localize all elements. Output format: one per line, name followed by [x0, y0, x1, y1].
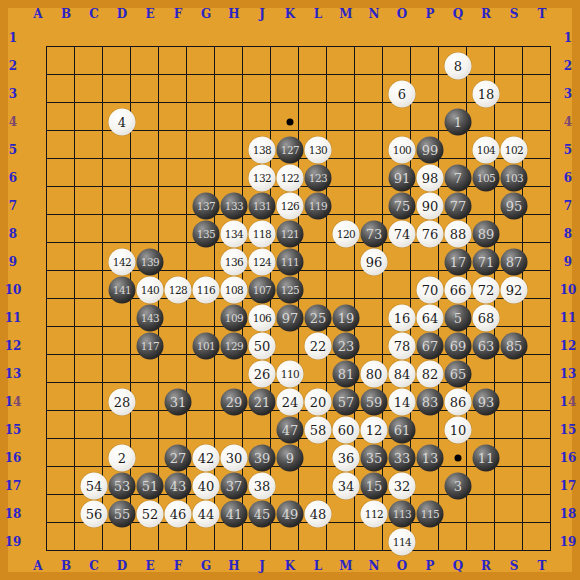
- stone-white-82[interactable]: 82: [417, 361, 444, 388]
- stone-black-61[interactable]: 61: [389, 417, 416, 444]
- row-label-right-5: 5: [564, 143, 572, 157]
- stone-black-55[interactable]: 55: [109, 501, 136, 528]
- col-label-top-P: P: [425, 7, 434, 21]
- stone-black-39[interactable]: 39: [249, 445, 276, 472]
- col-label-top-F: F: [174, 7, 183, 21]
- stone-black-89[interactable]: 89: [473, 221, 500, 248]
- row-label-right-17: 17: [560, 479, 577, 493]
- col-label-bottom-N: N: [369, 559, 380, 573]
- stone-black-63[interactable]: 63: [473, 333, 500, 360]
- stone-black-47[interactable]: 47: [277, 417, 304, 444]
- stone-white-114[interactable]: 114: [389, 529, 416, 556]
- row-label-right-19: 19: [560, 535, 577, 549]
- stone-black-103[interactable]: 103: [501, 165, 528, 192]
- row-label-right-10: 10: [560, 283, 577, 297]
- stone-white-24[interactable]: 24: [277, 389, 304, 416]
- stone-white-22[interactable]: 22: [305, 333, 332, 360]
- col-label-top-S: S: [510, 7, 519, 21]
- stone-black-119[interactable]: 119: [305, 193, 332, 220]
- stone-black-83[interactable]: 83: [417, 389, 444, 416]
- stone-white-132[interactable]: 132: [249, 165, 276, 192]
- stone-white-138[interactable]: 138: [249, 137, 276, 164]
- stone-black-109[interactable]: 109: [221, 305, 248, 332]
- row-label-left-6: 6: [9, 171, 17, 185]
- stone-black-91[interactable]: 91: [389, 165, 416, 192]
- stone-white-58[interactable]: 58: [305, 417, 332, 444]
- row-label-left-19: 19: [5, 535, 22, 549]
- stone-black-51[interactable]: 51: [137, 473, 164, 500]
- stone-white-98[interactable]: 98: [417, 165, 444, 192]
- stone-black-69[interactable]: 69: [445, 333, 472, 360]
- row-label-left-5: 5: [9, 143, 17, 157]
- stone-white-52[interactable]: 52: [137, 501, 164, 528]
- stone-white-64[interactable]: 64: [417, 305, 444, 332]
- col-label-top-M: M: [339, 7, 352, 21]
- col-label-bottom-T: T: [538, 559, 547, 573]
- stone-white-8[interactable]: 8: [445, 53, 472, 80]
- row-label-left-1: 1: [9, 31, 17, 45]
- col-label-top-J: J: [259, 7, 265, 21]
- stone-black-21[interactable]: 21: [249, 389, 276, 416]
- stone-black-67[interactable]: 67: [417, 333, 444, 360]
- stone-black-23[interactable]: 23: [333, 333, 360, 360]
- stone-black-129[interactable]: 129: [221, 333, 248, 360]
- row-label-left-3: 3: [9, 87, 17, 101]
- row-label-left-2: 2: [9, 59, 17, 73]
- stone-black-123[interactable]: 123: [305, 165, 332, 192]
- stone-black-53[interactable]: 53: [109, 473, 136, 500]
- stone-black-111[interactable]: 111: [277, 249, 304, 276]
- col-label-bottom-Q: Q: [453, 559, 463, 573]
- go-kifu-diagram: AABBCCDDEEFFGGHHJJKKLLMMNNOOPPQQRRSSTT11…: [0, 0, 580, 580]
- stone-white-108[interactable]: 108: [221, 277, 248, 304]
- col-label-bottom-S: S: [510, 559, 519, 573]
- stone-white-4[interactable]: 4: [109, 109, 136, 136]
- stone-black-9[interactable]: 9: [277, 445, 304, 472]
- stone-white-18[interactable]: 18: [473, 81, 500, 108]
- row-label-left-18: 18: [5, 507, 22, 521]
- row-label-right-18: 18: [560, 507, 577, 521]
- row-label-left-15: 15: [5, 423, 22, 437]
- row-label-right-12: 12: [560, 339, 577, 353]
- stone-black-75[interactable]: 75: [389, 193, 416, 220]
- stone-white-34[interactable]: 34: [333, 473, 360, 500]
- stone-black-133[interactable]: 133: [221, 193, 248, 220]
- stone-black-25[interactable]: 25: [305, 305, 332, 332]
- stone-black-65[interactable]: 65: [445, 361, 472, 388]
- stone-white-112[interactable]: 112: [361, 501, 388, 528]
- col-label-top-K: K: [285, 7, 295, 21]
- stone-black-19[interactable]: 19: [333, 305, 360, 332]
- stone-white-40[interactable]: 40: [193, 473, 220, 500]
- stone-black-143[interactable]: 143: [137, 305, 164, 332]
- row-label-right-8: 8: [564, 227, 572, 241]
- stone-black-11[interactable]: 11: [473, 445, 500, 472]
- row-label-left-10: 10: [5, 283, 22, 297]
- row-label-right-4: 4: [564, 115, 572, 129]
- stone-black-81[interactable]: 81: [333, 361, 360, 388]
- stone-white-28[interactable]: 28: [109, 389, 136, 416]
- stone-white-120[interactable]: 120: [333, 221, 360, 248]
- stone-white-50[interactable]: 50: [249, 333, 276, 360]
- stone-black-1[interactable]: 1: [445, 109, 472, 136]
- stone-black-37[interactable]: 37: [221, 473, 248, 500]
- row-label-left-7: 7: [9, 199, 17, 213]
- stone-white-110[interactable]: 110: [277, 361, 304, 388]
- stone-white-68[interactable]: 68: [473, 305, 500, 332]
- stone-black-5[interactable]: 5: [445, 305, 472, 332]
- stone-white-86[interactable]: 86: [445, 389, 472, 416]
- col-label-bottom-R: R: [481, 559, 491, 573]
- stone-white-142[interactable]: 142: [109, 249, 136, 276]
- stone-white-76[interactable]: 76: [417, 221, 444, 248]
- row-label-left-12: 12: [5, 339, 22, 353]
- stone-black-125[interactable]: 125: [277, 277, 304, 304]
- stone-black-131[interactable]: 131: [249, 193, 276, 220]
- stone-black-59[interactable]: 59: [361, 389, 388, 416]
- col-label-top-L: L: [314, 7, 322, 21]
- stone-white-20[interactable]: 20: [305, 389, 332, 416]
- stone-white-32[interactable]: 32: [389, 473, 416, 500]
- stone-white-74[interactable]: 74: [389, 221, 416, 248]
- stone-white-92[interactable]: 92: [501, 277, 528, 304]
- row-label-right-13: 13: [560, 367, 577, 381]
- stone-black-29[interactable]: 29: [221, 389, 248, 416]
- stone-white-38[interactable]: 38: [249, 473, 276, 500]
- col-label-top-E: E: [145, 7, 154, 21]
- row-label-right-14: 14: [560, 395, 577, 409]
- stone-white-78[interactable]: 78: [389, 333, 416, 360]
- stone-black-43[interactable]: 43: [165, 473, 192, 500]
- stone-black-115[interactable]: 115: [417, 501, 444, 528]
- col-label-top-Q: Q: [453, 7, 463, 21]
- stone-black-85[interactable]: 85: [501, 333, 528, 360]
- col-label-top-R: R: [481, 7, 491, 21]
- row-label-right-15: 15: [560, 423, 577, 437]
- stone-black-113[interactable]: 113: [389, 501, 416, 528]
- stone-white-70[interactable]: 70: [417, 277, 444, 304]
- stone-black-135[interactable]: 135: [193, 221, 220, 248]
- stone-black-31[interactable]: 31: [165, 389, 192, 416]
- row-label-right-16: 16: [560, 451, 577, 465]
- row-label-left-17: 17: [5, 479, 22, 493]
- col-label-bottom-E: E: [145, 559, 154, 573]
- stone-black-99[interactable]: 99: [417, 137, 444, 164]
- stone-white-16[interactable]: 16: [389, 305, 416, 332]
- stone-black-15[interactable]: 15: [361, 473, 388, 500]
- stone-white-66[interactable]: 66: [445, 277, 472, 304]
- stone-black-101[interactable]: 101: [193, 333, 220, 360]
- stone-black-13[interactable]: 13: [417, 445, 444, 472]
- stone-white-2[interactable]: 2: [109, 445, 136, 472]
- row-label-left-13: 13: [5, 367, 22, 381]
- stone-white-88[interactable]: 88: [445, 221, 472, 248]
- stone-white-100[interactable]: 100: [389, 137, 416, 164]
- row-label-left-11: 11: [5, 311, 22, 325]
- row-label-right-3: 3: [564, 87, 572, 101]
- stone-black-27[interactable]: 27: [165, 445, 192, 472]
- col-label-bottom-G: G: [201, 559, 211, 573]
- row-label-right-7: 7: [564, 199, 572, 213]
- col-label-bottom-O: O: [397, 559, 407, 573]
- col-label-bottom-B: B: [61, 559, 71, 573]
- stone-black-107[interactable]: 107: [249, 277, 276, 304]
- stone-white-72[interactable]: 72: [473, 277, 500, 304]
- stone-white-26[interactable]: 26: [249, 361, 276, 388]
- stone-white-42[interactable]: 42: [193, 445, 220, 472]
- stone-white-44[interactable]: 44: [193, 501, 220, 528]
- stone-black-57[interactable]: 57: [333, 389, 360, 416]
- stone-black-7[interactable]: 7: [445, 165, 472, 192]
- stone-white-6[interactable]: 6: [389, 81, 416, 108]
- stone-white-10[interactable]: 10: [445, 417, 472, 444]
- col-label-top-G: G: [201, 7, 211, 21]
- stone-black-97[interactable]: 97: [277, 305, 304, 332]
- stone-white-124[interactable]: 124: [249, 249, 276, 276]
- stone-white-54[interactable]: 54: [81, 473, 108, 500]
- stone-white-134[interactable]: 134: [221, 221, 248, 248]
- row-label-right-9: 9: [564, 255, 572, 269]
- col-label-bottom-A: A: [33, 559, 42, 573]
- col-label-bottom-K: K: [285, 559, 295, 573]
- stone-white-12[interactable]: 12: [361, 417, 388, 444]
- stone-white-106[interactable]: 106: [249, 305, 276, 332]
- stone-white-130[interactable]: 130: [305, 137, 332, 164]
- stone-white-56[interactable]: 56: [81, 501, 108, 528]
- stone-white-84[interactable]: 84: [389, 361, 416, 388]
- row-label-right-11: 11: [560, 311, 577, 325]
- stone-white-80[interactable]: 80: [361, 361, 388, 388]
- col-label-top-O: O: [397, 7, 407, 21]
- stone-white-126[interactable]: 126: [277, 193, 304, 220]
- stone-black-95[interactable]: 95: [501, 193, 528, 220]
- stone-white-36[interactable]: 36: [333, 445, 360, 472]
- stone-black-105[interactable]: 105: [473, 165, 500, 192]
- col-label-bottom-P: P: [425, 559, 434, 573]
- row-label-left-4: 4: [9, 115, 17, 129]
- col-label-bottom-L: L: [314, 559, 322, 573]
- row-label-left-14: 14: [5, 395, 22, 409]
- col-label-top-D: D: [117, 7, 127, 21]
- col-label-top-B: B: [61, 7, 71, 21]
- col-label-top-T: T: [538, 7, 547, 21]
- stone-white-46[interactable]: 46: [165, 501, 192, 528]
- col-label-top-C: C: [89, 7, 99, 21]
- stone-white-104[interactable]: 104: [473, 137, 500, 164]
- col-label-top-N: N: [369, 7, 380, 21]
- row-label-left-9: 9: [9, 255, 17, 269]
- col-label-bottom-C: C: [89, 559, 99, 573]
- stone-white-118[interactable]: 118: [249, 221, 276, 248]
- stone-black-45[interactable]: 45: [249, 501, 276, 528]
- row-label-left-16: 16: [5, 451, 22, 465]
- row-label-right-1: 1: [564, 31, 572, 45]
- stone-black-41[interactable]: 41: [221, 501, 248, 528]
- stone-black-73[interactable]: 73: [361, 221, 388, 248]
- stone-black-35[interactable]: 35: [361, 445, 388, 472]
- stone-black-121[interactable]: 121: [277, 221, 304, 248]
- stone-white-30[interactable]: 30: [221, 445, 248, 472]
- stone-white-14[interactable]: 14: [389, 389, 416, 416]
- row-label-right-6: 6: [564, 171, 572, 185]
- stone-white-96[interactable]: 96: [361, 249, 388, 276]
- stone-white-136[interactable]: 136: [221, 249, 248, 276]
- stone-white-102[interactable]: 102: [501, 137, 528, 164]
- stone-white-60[interactable]: 60: [333, 417, 360, 444]
- stone-black-33[interactable]: 33: [389, 445, 416, 472]
- stone-black-87[interactable]: 87: [501, 249, 528, 276]
- stone-black-93[interactable]: 93: [473, 389, 500, 416]
- stone-black-139[interactable]: 139: [137, 249, 164, 276]
- stone-black-127[interactable]: 127: [277, 137, 304, 164]
- col-label-top-H: H: [228, 7, 239, 21]
- col-label-top-A: A: [33, 7, 42, 21]
- col-label-bottom-D: D: [117, 559, 127, 573]
- stone-black-17[interactable]: 17: [445, 249, 472, 276]
- star-point-K4: [287, 119, 294, 126]
- col-label-bottom-H: H: [228, 559, 239, 573]
- stone-black-117[interactable]: 117: [137, 333, 164, 360]
- stone-white-90[interactable]: 90: [417, 193, 444, 220]
- stone-white-140[interactable]: 140: [137, 277, 164, 304]
- col-label-bottom-J: J: [259, 559, 265, 573]
- row-label-right-2: 2: [564, 59, 572, 73]
- stone-white-122[interactable]: 122: [277, 165, 304, 192]
- stone-black-3[interactable]: 3: [445, 473, 472, 500]
- stone-white-116[interactable]: 116: [193, 277, 220, 304]
- stone-black-77[interactable]: 77: [445, 193, 472, 220]
- col-label-bottom-M: M: [339, 559, 352, 573]
- stone-black-137[interactable]: 137: [193, 193, 220, 220]
- stone-black-49[interactable]: 49: [277, 501, 304, 528]
- row-label-left-8: 8: [9, 227, 17, 241]
- stone-white-128[interactable]: 128: [165, 277, 192, 304]
- star-point-Q16: [455, 455, 462, 462]
- stone-black-71[interactable]: 71: [473, 249, 500, 276]
- stone-white-48[interactable]: 48: [305, 501, 332, 528]
- stone-black-141[interactable]: 141: [109, 277, 136, 304]
- col-label-bottom-F: F: [174, 559, 183, 573]
